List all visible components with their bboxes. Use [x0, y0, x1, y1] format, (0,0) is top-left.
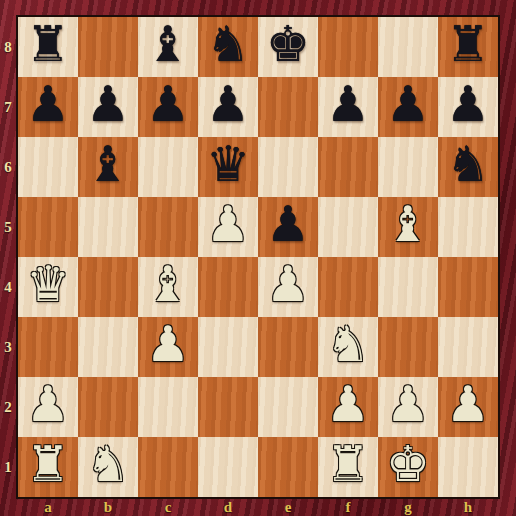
- square-f6[interactable]: [318, 137, 378, 197]
- file-label-f: f: [318, 498, 378, 516]
- black-queen: ♛: [206, 137, 250, 195]
- black-pawn: ♟: [26, 77, 70, 135]
- square-h7[interactable]: ♟: [438, 77, 498, 137]
- square-h3[interactable]: [438, 317, 498, 377]
- rank-labels: 87654321: [0, 17, 16, 497]
- white-knight: ♞: [86, 437, 130, 495]
- square-f1[interactable]: ♜: [318, 437, 378, 497]
- square-b8[interactable]: [78, 17, 138, 77]
- white-bishop: ♝: [146, 257, 190, 315]
- file-label-h: h: [438, 498, 498, 516]
- square-h6[interactable]: ♞: [438, 137, 498, 197]
- white-pawn: ♟: [146, 317, 190, 375]
- square-e8[interactable]: ♚: [258, 17, 318, 77]
- square-e5[interactable]: ♟: [258, 197, 318, 257]
- square-h8[interactable]: ♜: [438, 17, 498, 77]
- square-e3[interactable]: [258, 317, 318, 377]
- file-label-g: g: [378, 498, 438, 516]
- square-b6[interactable]: ♝: [78, 137, 138, 197]
- square-a3[interactable]: [18, 317, 78, 377]
- square-e4[interactable]: ♟: [258, 257, 318, 317]
- square-h2[interactable]: ♟: [438, 377, 498, 437]
- square-f8[interactable]: [318, 17, 378, 77]
- rank-label-2: 2: [0, 377, 16, 437]
- square-d6[interactable]: ♛: [198, 137, 258, 197]
- rank-label-1: 1: [0, 437, 16, 497]
- black-pawn: ♟: [386, 77, 430, 135]
- square-b7[interactable]: ♟: [78, 77, 138, 137]
- rank-label-5: 5: [0, 197, 16, 257]
- black-rook: ♜: [26, 17, 70, 75]
- square-e1[interactable]: [258, 437, 318, 497]
- square-d5[interactable]: ♟: [198, 197, 258, 257]
- white-pawn: ♟: [326, 377, 370, 435]
- square-c4[interactable]: ♝: [138, 257, 198, 317]
- black-pawn: ♟: [446, 77, 490, 135]
- file-labels: abcdefgh: [18, 498, 498, 516]
- black-bishop: ♝: [86, 137, 130, 195]
- white-queen: ♛: [26, 257, 70, 315]
- white-rook: ♜: [26, 437, 70, 495]
- square-h5[interactable]: [438, 197, 498, 257]
- square-g1[interactable]: ♚: [378, 437, 438, 497]
- square-d4[interactable]: [198, 257, 258, 317]
- rank-label-7: 7: [0, 77, 16, 137]
- square-e7[interactable]: [258, 77, 318, 137]
- square-c5[interactable]: [138, 197, 198, 257]
- square-a4[interactable]: ♛: [18, 257, 78, 317]
- white-king: ♚: [386, 437, 430, 495]
- file-label-d: d: [198, 498, 258, 516]
- square-a6[interactable]: [18, 137, 78, 197]
- square-g4[interactable]: [378, 257, 438, 317]
- file-label-e: e: [258, 498, 318, 516]
- square-c2[interactable]: [138, 377, 198, 437]
- square-c1[interactable]: [138, 437, 198, 497]
- square-h4[interactable]: [438, 257, 498, 317]
- chess-board-frame: 87654321 ♜♝♞♚♜♟♟♟♟♟♟♟♝♛♞♟♟♝♛♝♟♟♞♟♟♟♟♜♞♜♚…: [0, 0, 516, 516]
- white-rook: ♜: [326, 437, 370, 495]
- square-e6[interactable]: [258, 137, 318, 197]
- black-pawn: ♟: [326, 77, 370, 135]
- square-d3[interactable]: [198, 317, 258, 377]
- square-b2[interactable]: [78, 377, 138, 437]
- white-pawn: ♟: [26, 377, 70, 435]
- square-a2[interactable]: ♟: [18, 377, 78, 437]
- square-b3[interactable]: [78, 317, 138, 377]
- file-label-c: c: [138, 498, 198, 516]
- rank-label-6: 6: [0, 137, 16, 197]
- square-g8[interactable]: [378, 17, 438, 77]
- square-g5[interactable]: ♝: [378, 197, 438, 257]
- square-c7[interactable]: ♟: [138, 77, 198, 137]
- black-knight: ♞: [446, 137, 490, 195]
- white-bishop: ♝: [386, 197, 430, 255]
- rank-label-3: 3: [0, 317, 16, 377]
- white-pawn: ♟: [446, 377, 490, 435]
- square-c8[interactable]: ♝: [138, 17, 198, 77]
- file-label-a: a: [18, 498, 78, 516]
- square-f5[interactable]: [318, 197, 378, 257]
- square-d1[interactable]: [198, 437, 258, 497]
- black-rook: ♜: [446, 17, 490, 75]
- square-d7[interactable]: ♟: [198, 77, 258, 137]
- black-pawn: ♟: [86, 77, 130, 135]
- square-b1[interactable]: ♞: [78, 437, 138, 497]
- rank-label-4: 4: [0, 257, 16, 317]
- square-f3[interactable]: ♞: [318, 317, 378, 377]
- square-g7[interactable]: ♟: [378, 77, 438, 137]
- square-h1[interactable]: [438, 437, 498, 497]
- square-e2[interactable]: [258, 377, 318, 437]
- square-f4[interactable]: [318, 257, 378, 317]
- square-a5[interactable]: [18, 197, 78, 257]
- chess-board: ♜♝♞♚♜♟♟♟♟♟♟♟♝♛♞♟♟♝♛♝♟♟♞♟♟♟♟♜♞♜♚: [16, 15, 500, 499]
- file-label-b: b: [78, 498, 138, 516]
- black-bishop: ♝: [146, 17, 190, 75]
- black-pawn: ♟: [266, 197, 310, 255]
- square-g3[interactable]: [378, 317, 438, 377]
- white-pawn: ♟: [266, 257, 310, 315]
- square-c6[interactable]: [138, 137, 198, 197]
- square-b4[interactable]: [78, 257, 138, 317]
- square-g6[interactable]: [378, 137, 438, 197]
- square-f2[interactable]: ♟: [318, 377, 378, 437]
- square-d2[interactable]: [198, 377, 258, 437]
- square-b5[interactable]: [78, 197, 138, 257]
- white-pawn: ♟: [206, 197, 250, 255]
- square-d8[interactable]: ♞: [198, 17, 258, 77]
- black-king: ♚: [266, 17, 310, 75]
- square-c3[interactable]: ♟: [138, 317, 198, 377]
- square-g2[interactable]: ♟: [378, 377, 438, 437]
- white-pawn: ♟: [386, 377, 430, 435]
- square-a8[interactable]: ♜: [18, 17, 78, 77]
- black-pawn: ♟: [206, 77, 250, 135]
- black-pawn: ♟: [146, 77, 190, 135]
- white-knight: ♞: [326, 317, 370, 375]
- square-f7[interactable]: ♟: [318, 77, 378, 137]
- square-a1[interactable]: ♜: [18, 437, 78, 497]
- square-a7[interactable]: ♟: [18, 77, 78, 137]
- rank-label-8: 8: [0, 17, 16, 77]
- black-knight: ♞: [206, 17, 250, 75]
